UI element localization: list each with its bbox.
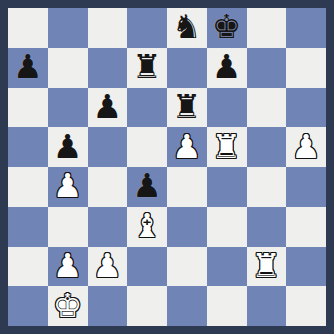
square-f2[interactable] xyxy=(207,247,247,287)
square-g7[interactable] xyxy=(247,48,287,88)
square-f6[interactable] xyxy=(207,88,247,128)
square-b6[interactable] xyxy=(48,88,88,128)
square-c4[interactable] xyxy=(88,167,128,207)
white-pawn[interactable]: ♟ xyxy=(53,169,83,202)
square-h1[interactable] xyxy=(286,286,326,326)
square-g5[interactable] xyxy=(247,127,287,167)
square-e4[interactable] xyxy=(167,167,207,207)
square-e5[interactable]: ♟ xyxy=(167,127,207,167)
white-pawn[interactable]: ♟ xyxy=(291,130,321,163)
square-a6[interactable] xyxy=(8,88,48,128)
white-rook[interactable]: ♜ xyxy=(252,249,282,282)
square-g1[interactable] xyxy=(247,286,287,326)
square-d1[interactable] xyxy=(127,286,167,326)
square-b2[interactable]: ♟ xyxy=(48,247,88,287)
square-b4[interactable]: ♟ xyxy=(48,167,88,207)
square-e8[interactable]: ♞ xyxy=(167,8,207,48)
square-d5[interactable] xyxy=(127,127,167,167)
square-c6[interactable]: ♟ xyxy=(88,88,128,128)
square-d4[interactable]: ♟ xyxy=(127,167,167,207)
square-f4[interactable] xyxy=(207,167,247,207)
square-h6[interactable] xyxy=(286,88,326,128)
square-h5[interactable]: ♟ xyxy=(286,127,326,167)
square-a1[interactable] xyxy=(8,286,48,326)
white-rook[interactable]: ♜ xyxy=(212,130,242,163)
square-e1[interactable] xyxy=(167,286,207,326)
square-e6[interactable]: ♜ xyxy=(167,88,207,128)
white-pawn[interactable]: ♟ xyxy=(172,130,202,163)
black-pawn[interactable]: ♟ xyxy=(132,169,162,202)
square-a5[interactable] xyxy=(8,127,48,167)
chess-board: ♞♚♟♜♟♟♜♟♟♜♟♟♟♝♟♟♜♚ xyxy=(8,8,326,326)
square-e7[interactable] xyxy=(167,48,207,88)
square-d8[interactable] xyxy=(127,8,167,48)
square-g8[interactable] xyxy=(247,8,287,48)
square-c8[interactable] xyxy=(88,8,128,48)
square-e2[interactable] xyxy=(167,247,207,287)
square-f3[interactable] xyxy=(207,207,247,247)
square-a3[interactable] xyxy=(8,207,48,247)
square-a2[interactable] xyxy=(8,247,48,287)
black-knight[interactable]: ♞ xyxy=(172,10,202,43)
black-rook[interactable]: ♜ xyxy=(172,90,202,123)
square-g4[interactable] xyxy=(247,167,287,207)
square-d7[interactable]: ♜ xyxy=(127,48,167,88)
square-f8[interactable]: ♚ xyxy=(207,8,247,48)
square-b3[interactable] xyxy=(48,207,88,247)
square-d6[interactable] xyxy=(127,88,167,128)
square-b1[interactable]: ♚ xyxy=(48,286,88,326)
black-pawn[interactable]: ♟ xyxy=(93,90,123,123)
square-f5[interactable]: ♜ xyxy=(207,127,247,167)
square-g2[interactable]: ♜ xyxy=(247,247,287,287)
square-a8[interactable] xyxy=(8,8,48,48)
black-rook[interactable]: ♜ xyxy=(132,50,162,83)
square-g3[interactable] xyxy=(247,207,287,247)
black-pawn[interactable]: ♟ xyxy=(53,130,83,163)
square-a4[interactable] xyxy=(8,167,48,207)
black-pawn[interactable]: ♟ xyxy=(212,50,242,83)
white-bishop[interactable]: ♝ xyxy=(132,209,162,242)
square-b7[interactable] xyxy=(48,48,88,88)
white-king[interactable]: ♚ xyxy=(53,289,83,322)
square-h3[interactable] xyxy=(286,207,326,247)
square-h2[interactable] xyxy=(286,247,326,287)
square-d2[interactable] xyxy=(127,247,167,287)
square-f1[interactable] xyxy=(207,286,247,326)
square-e3[interactable] xyxy=(167,207,207,247)
square-a7[interactable]: ♟ xyxy=(8,48,48,88)
square-b8[interactable] xyxy=(48,8,88,48)
square-h4[interactable] xyxy=(286,167,326,207)
white-pawn[interactable]: ♟ xyxy=(93,249,123,282)
square-h7[interactable] xyxy=(286,48,326,88)
white-pawn[interactable]: ♟ xyxy=(53,249,83,282)
square-c1[interactable] xyxy=(88,286,128,326)
square-c3[interactable] xyxy=(88,207,128,247)
black-king[interactable]: ♚ xyxy=(212,10,242,43)
square-c2[interactable]: ♟ xyxy=(88,247,128,287)
square-b5[interactable]: ♟ xyxy=(48,127,88,167)
square-c5[interactable] xyxy=(88,127,128,167)
square-f7[interactable]: ♟ xyxy=(207,48,247,88)
square-d3[interactable]: ♝ xyxy=(127,207,167,247)
square-c7[interactable] xyxy=(88,48,128,88)
black-pawn[interactable]: ♟ xyxy=(13,50,43,83)
square-g6[interactable] xyxy=(247,88,287,128)
board-frame: ♞♚♟♜♟♟♜♟♟♜♟♟♟♝♟♟♜♚ xyxy=(0,0,334,334)
square-h8[interactable] xyxy=(286,8,326,48)
